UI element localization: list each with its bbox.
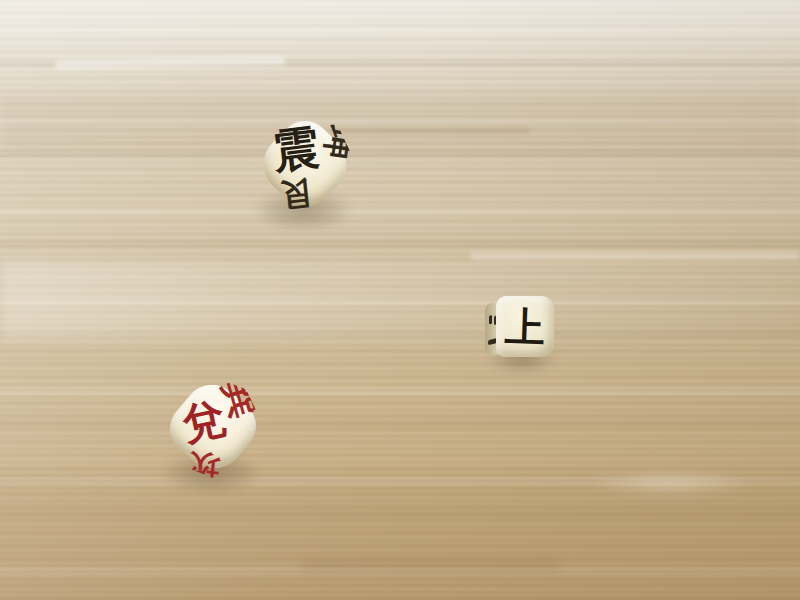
- wood-grain-streak: [330, 128, 530, 134]
- wood-dark-band: [0, 96, 800, 152]
- wood-grain-streak: [580, 470, 760, 496]
- wood-grain-streak: [300, 560, 560, 570]
- wood-light-band: [0, 262, 800, 340]
- black-trigram-die[interactable]: 震 坤 艮: [253, 112, 357, 216]
- trigram-character-kan-partial: 坎: [188, 450, 221, 483]
- red-trigram-die[interactable]: 兌 巽 坎: [161, 375, 265, 479]
- trigram-character-kun-partial: 坤: [321, 124, 358, 161]
- die-faces: 震 坤 艮: [253, 112, 357, 216]
- die-faces: 兌 巽 坎: [161, 375, 265, 479]
- wood-grain-streak: [55, 56, 285, 69]
- trigram-character-gen-partial: 艮: [277, 176, 312, 211]
- trigram-character-xun-partial: 巽: [219, 376, 265, 422]
- wood-grain-streak: [470, 252, 800, 260]
- character-shang: 上: [504, 306, 545, 347]
- direction-die[interactable]: 上: [485, 296, 559, 370]
- bamboo-table: 震 坤 艮 上 兌 巽 坎: [0, 0, 800, 600]
- side-face-ink-mark: [489, 315, 492, 325]
- wood-light-band: [0, 0, 800, 96]
- trigram-character-zhen: 震: [270, 123, 321, 174]
- die-top-face: 上: [496, 296, 554, 357]
- wood-dark-band: [0, 468, 800, 600]
